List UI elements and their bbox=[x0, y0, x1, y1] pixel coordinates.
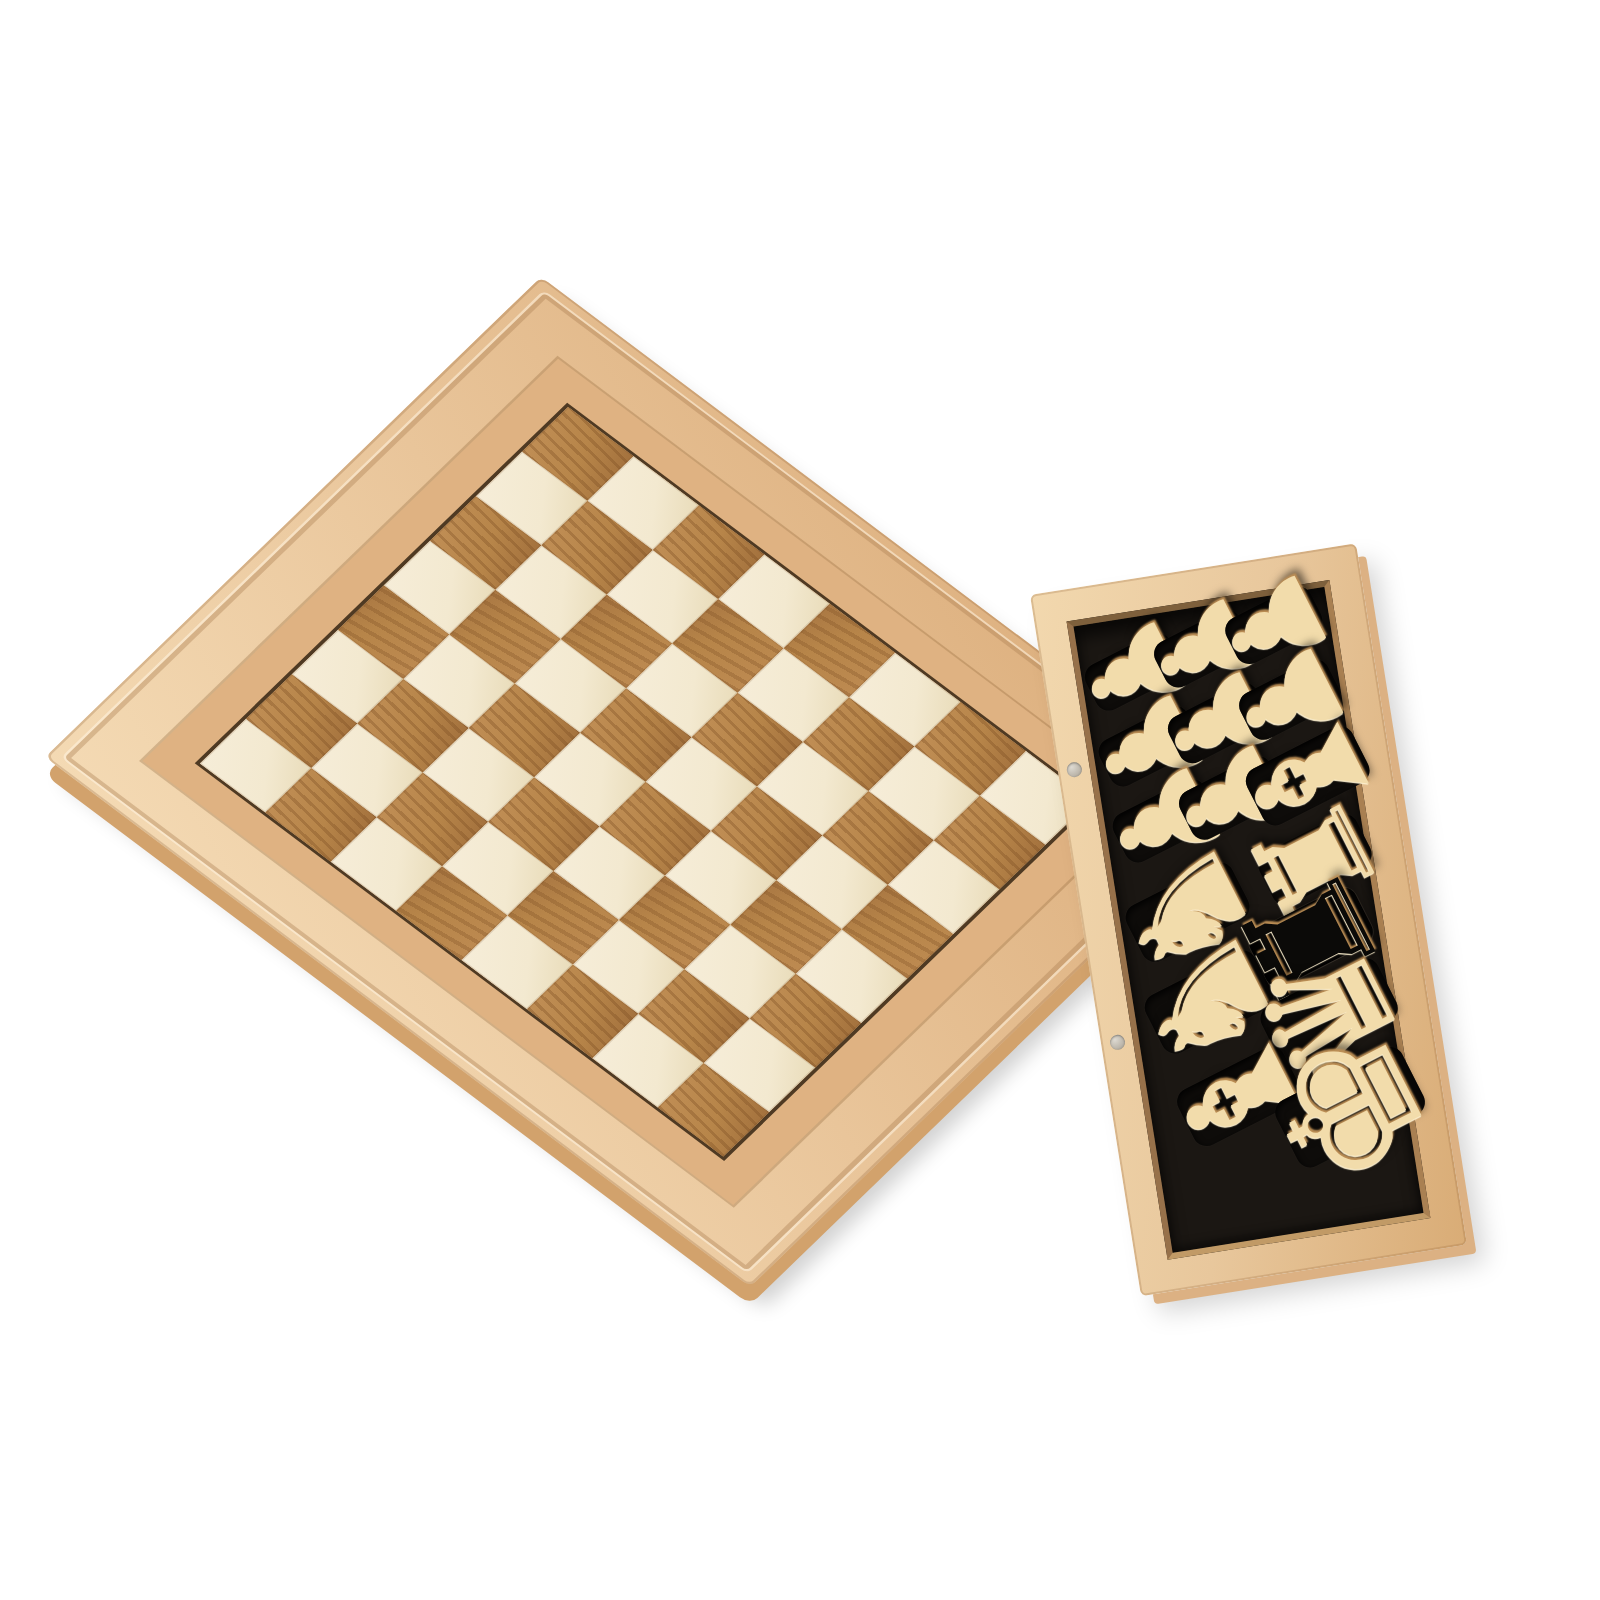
tray-slots: ♟♟♟♟♟♟♟♟♝♜♞♜♞♛♝♚ bbox=[1030, 543, 1467, 1296]
product-photo-stage: ♟♟♟♟♟♟♟♟♝♜♞♜♞♛♝♚ bbox=[0, 0, 1600, 1600]
storage-tray: ♟♟♟♟♟♟♟♟♝♜♞♜♞♛♝♚ bbox=[1030, 543, 1467, 1296]
